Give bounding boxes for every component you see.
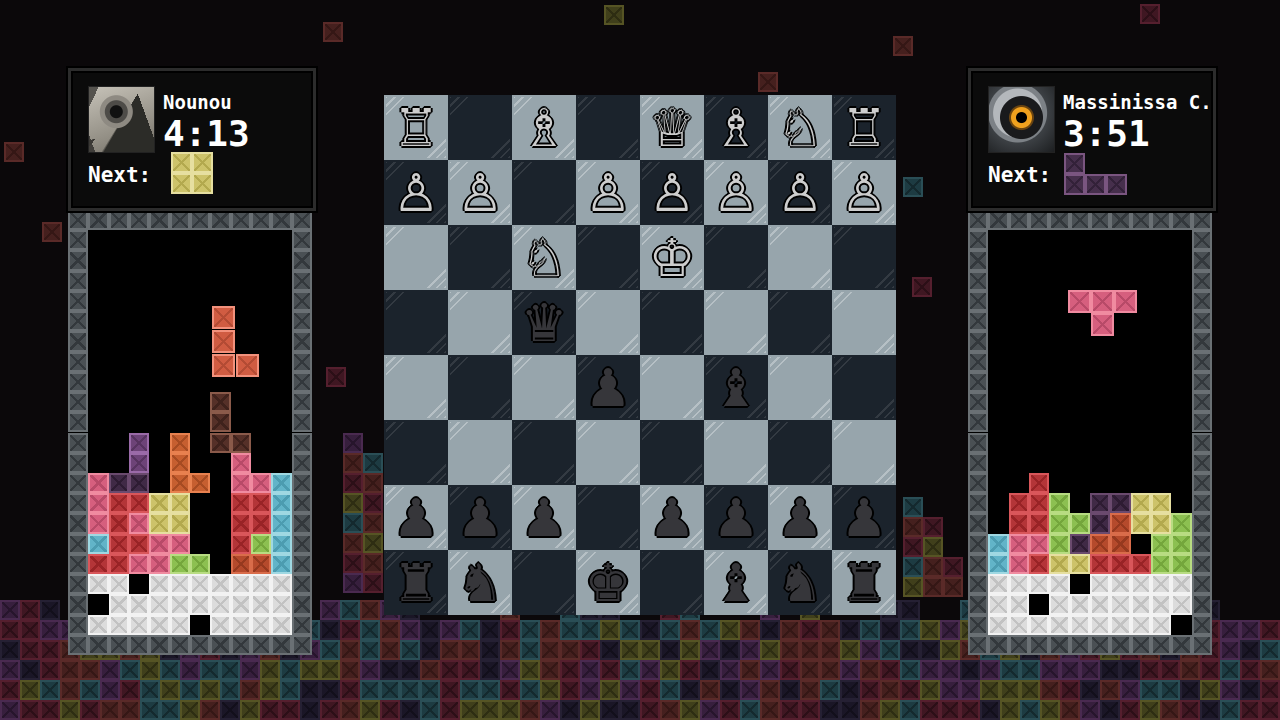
stack-block [170, 453, 190, 473]
well-frame-block [68, 230, 88, 250]
well-frame-block [1192, 635, 1212, 655]
mosaic-block [100, 660, 120, 680]
chess-square[interactable]: ♘ [768, 95, 832, 160]
chess-square[interactable]: ♟ [512, 485, 576, 550]
scatter-block [903, 577, 923, 597]
chess-piece-B[interactable]: ♗ [704, 95, 768, 160]
mosaic-block [1100, 660, 1120, 680]
chess-square[interactable]: ♟ [640, 485, 704, 550]
mosaic-block [840, 660, 860, 680]
player-name-right: Massinissa C... [1063, 91, 1208, 113]
chess-square[interactable]: ♕ [640, 95, 704, 160]
chess-square[interactable] [384, 420, 448, 485]
well-frame-block [292, 513, 312, 533]
mosaic-block [900, 640, 920, 660]
mosaic-block [880, 680, 900, 700]
stack-block [988, 534, 1008, 554]
well-frame-block [968, 635, 988, 655]
well-frame-block [1192, 210, 1212, 230]
garbage-block [251, 615, 271, 635]
mosaic-block [900, 600, 920, 620]
chess-square[interactable] [640, 355, 704, 420]
chess-square[interactable]: ♞ [448, 550, 512, 615]
chess-square[interactable]: ♗ [704, 95, 768, 160]
garbage-block [190, 594, 210, 614]
chess-piece-r[interactable]: ♜ [384, 550, 448, 615]
mosaic-block [500, 680, 520, 700]
chess-square[interactable] [448, 355, 512, 420]
mosaic-block [1140, 700, 1160, 720]
mosaic-block [680, 680, 700, 700]
well-frame-block [68, 594, 88, 614]
chess-piece-P[interactable]: ♙ [576, 160, 640, 225]
stack-block [1131, 493, 1151, 513]
mosaic-block [840, 680, 860, 700]
mosaic-block [580, 660, 600, 680]
chess-piece-p[interactable]: ♟ [512, 485, 576, 550]
garbage-block [109, 594, 129, 614]
garbage-block [271, 594, 291, 614]
chess-square[interactable]: ♙ [768, 160, 832, 225]
mosaic-block [40, 600, 60, 620]
mosaic-block [400, 620, 420, 640]
well-frame-block [1192, 513, 1212, 533]
mosaic-block [620, 660, 640, 680]
mosaic-block [1040, 700, 1060, 720]
chess-piece-N[interactable]: ♘ [512, 225, 576, 290]
well-frame-block [968, 554, 988, 574]
chess-square[interactable]: ♟ [704, 485, 768, 550]
garbage-block [88, 615, 108, 635]
scatter-block [363, 533, 383, 553]
chess-square[interactable] [384, 355, 448, 420]
well-frame-block [292, 372, 312, 392]
well-frame-block [1192, 230, 1212, 250]
garbage-block [1151, 574, 1171, 594]
well-frame-block [968, 271, 988, 291]
garbage-block [1131, 574, 1151, 594]
chess-square[interactable] [704, 225, 768, 290]
mosaic-block [600, 660, 620, 680]
well-frame-block [968, 352, 988, 372]
garbage-block [1171, 594, 1191, 614]
chess-square[interactable] [512, 420, 576, 485]
well-frame-block [109, 210, 129, 230]
chess-piece-R[interactable]: ♖ [832, 95, 896, 160]
stack-block [1171, 513, 1191, 533]
well-frame-block [292, 210, 312, 230]
chess-piece-b[interactable]: ♝ [704, 550, 768, 615]
stack-block [231, 534, 251, 554]
chess-piece-n[interactable]: ♞ [448, 550, 512, 615]
mosaic-block [540, 660, 560, 680]
well-frame-block [968, 392, 988, 412]
chess-square[interactable] [576, 485, 640, 550]
chess-piece-p[interactable]: ♟ [384, 485, 448, 550]
mosaic-block [300, 660, 320, 680]
well-frame-block [968, 513, 988, 533]
mosaic-block [1220, 700, 1240, 720]
mosaic-block [480, 640, 500, 660]
mosaic-block [560, 700, 580, 720]
chess-square[interactable] [640, 290, 704, 355]
mosaic-block [1220, 680, 1240, 700]
chess-square[interactable]: ♛ [512, 290, 576, 355]
stack-block [1070, 534, 1090, 554]
mosaic-block [1000, 680, 1020, 700]
chess-square[interactable] [384, 225, 448, 290]
well-frame-block [968, 372, 988, 392]
stack-block [1049, 513, 1069, 533]
well-frame-block [1090, 635, 1110, 655]
chess-square[interactable]: ♞ [768, 550, 832, 615]
mosaic-block [1220, 660, 1240, 680]
stack-block [1009, 513, 1029, 533]
mosaic-block [200, 680, 220, 700]
well-frame-block [1192, 311, 1212, 331]
stack-block [1029, 473, 1049, 493]
chess-square[interactable]: ♝ [704, 550, 768, 615]
scatter-block [363, 573, 383, 593]
chess-square[interactable] [640, 420, 704, 485]
chess-piece-b[interactable]: ♝ [704, 355, 768, 420]
chess-square[interactable] [704, 420, 768, 485]
chess-piece-P[interactable]: ♙ [832, 160, 896, 225]
well-frame-block [968, 594, 988, 614]
mosaic-block [1060, 680, 1080, 700]
mosaic-block [360, 620, 380, 640]
chess-square[interactable] [832, 420, 896, 485]
mosaic-block [200, 660, 220, 680]
chess-square[interactable] [768, 355, 832, 420]
scatter-block [903, 517, 923, 537]
stack-block [1029, 493, 1049, 513]
mosaic-block [1200, 680, 1220, 700]
well-frame-block [68, 554, 88, 574]
mosaic-block [1120, 700, 1140, 720]
mosaic-block [680, 700, 700, 720]
game-screen: ♖♗♕♗♘♖♙♙♙♙♙♙♙♘♔♛♟♝♟♟♟♟♟♟♟♜♞♚♝♞♜ Nounou 4… [0, 0, 1280, 720]
player-panel-right: Massinissa C... 3:51 Next: [968, 68, 1216, 211]
chess-piece-K[interactable]: ♔ [640, 225, 704, 290]
mosaic-block [380, 680, 400, 700]
well-frame-block [968, 615, 988, 635]
mosaic-block [1020, 680, 1040, 700]
chess-square[interactable] [576, 420, 640, 485]
chess-piece-p[interactable]: ♟ [768, 485, 832, 550]
mosaic-block [880, 640, 900, 660]
mosaic-block [0, 680, 20, 700]
mosaic-block [440, 640, 460, 660]
well-frame-block [292, 352, 312, 372]
garbage-block [1070, 594, 1090, 614]
well-frame-block [68, 534, 88, 554]
well-frame-block [968, 291, 988, 311]
chess-square[interactable]: ♟ [448, 485, 512, 550]
chess-square[interactable] [576, 225, 640, 290]
well-frame-block [968, 473, 988, 493]
chess-piece-p[interactable]: ♟ [448, 485, 512, 550]
mosaic-block [740, 700, 760, 720]
garbage-block [1090, 594, 1110, 614]
mosaic-block [40, 680, 60, 700]
chess-square[interactable]: ♙ [640, 160, 704, 225]
chess-square[interactable]: ♘ [512, 225, 576, 290]
chess-square[interactable]: ♙ [576, 160, 640, 225]
next-piece-block [1064, 153, 1085, 174]
stack-block [1110, 513, 1130, 533]
mosaic-block [220, 680, 240, 700]
chess-piece-q[interactable]: ♛ [512, 290, 576, 355]
mosaic-block [260, 700, 280, 720]
well-frame-block [1192, 493, 1212, 513]
stack-block [190, 554, 210, 574]
chess-piece-P[interactable]: ♙ [704, 160, 768, 225]
well-frame-block [251, 210, 271, 230]
mosaic-block [880, 620, 900, 640]
chess-piece-B[interactable]: ♗ [512, 95, 576, 160]
scatter-block [42, 222, 62, 242]
chess-square[interactable]: ♜ [832, 550, 896, 615]
mosaic-block [80, 700, 100, 720]
mosaic-block [240, 680, 260, 700]
mosaic-block [1240, 660, 1260, 680]
player-avatar-right [988, 86, 1055, 153]
stack-block [210, 412, 230, 432]
mosaic-block [320, 600, 340, 620]
mosaic-block [1240, 640, 1260, 660]
chess-square[interactable] [768, 420, 832, 485]
chess-square[interactable]: ♟ [576, 355, 640, 420]
chess-square[interactable] [576, 95, 640, 160]
chess-piece-P[interactable]: ♙ [640, 160, 704, 225]
stack-block [149, 493, 169, 513]
mosaic-block [800, 660, 820, 680]
well-frame-block [968, 574, 988, 594]
mosaic-block [940, 640, 960, 660]
mosaic-block [340, 680, 360, 700]
stack-block [231, 453, 251, 473]
mosaic-block [320, 680, 340, 700]
well-frame-block [292, 331, 312, 351]
chess-square[interactable]: ♙ [832, 160, 896, 225]
falling-T-block [1091, 313, 1114, 336]
stack-block [190, 473, 210, 493]
well-frame-block [68, 311, 88, 331]
chess-piece-n[interactable]: ♞ [768, 550, 832, 615]
mosaic-block [340, 700, 360, 720]
well-frame-block [1151, 635, 1171, 655]
chess-square[interactable] [512, 550, 576, 615]
chess-square[interactable] [448, 225, 512, 290]
well-frame-block [68, 331, 88, 351]
stack-block [129, 513, 149, 533]
scatter-block [903, 177, 923, 197]
mosaic-block [700, 660, 720, 680]
mosaic-block [500, 660, 520, 680]
chess-square[interactable]: ♙ [384, 160, 448, 225]
chess-piece-p[interactable]: ♟ [832, 485, 896, 550]
stack-block [271, 554, 291, 574]
chess-square[interactable]: ♚ [576, 550, 640, 615]
chess-piece-p[interactable]: ♟ [576, 355, 640, 420]
chess-piece-p[interactable]: ♟ [704, 485, 768, 550]
chess-square[interactable] [768, 225, 832, 290]
mosaic-block [720, 620, 740, 640]
stack-block [251, 513, 271, 533]
well-frame-block [68, 412, 88, 432]
mosaic-block [340, 600, 360, 620]
chess-square[interactable] [704, 290, 768, 355]
garbage-block [129, 615, 149, 635]
well-frame-block [292, 311, 312, 331]
chess-square[interactable]: ♖ [832, 95, 896, 160]
chess-piece-R[interactable]: ♖ [384, 95, 448, 160]
chess-square[interactable] [832, 355, 896, 420]
mosaic-block [280, 680, 300, 700]
mosaic-block [1080, 660, 1100, 680]
mosaic-block [1260, 700, 1280, 720]
scatter-block [363, 513, 383, 533]
chess-square[interactable]: ♟ [768, 485, 832, 550]
mosaic-block [660, 640, 680, 660]
well-frame-block [190, 210, 210, 230]
chess-square[interactable] [640, 550, 704, 615]
garbage-block [190, 574, 210, 594]
chess-square[interactable] [448, 420, 512, 485]
mosaic-block [820, 680, 840, 700]
chess-square[interactable]: ♙ [448, 160, 512, 225]
mosaic-block [700, 620, 720, 640]
chess-square[interactable]: ♖ [384, 95, 448, 160]
well-frame-block [968, 331, 988, 351]
mosaic-block [820, 620, 840, 640]
mosaic-block [980, 660, 1000, 680]
mosaic-block [760, 640, 780, 660]
chess-square[interactable] [384, 290, 448, 355]
chess-piece-k[interactable]: ♚ [576, 550, 640, 615]
garbage-block [1151, 594, 1171, 614]
stack-block [88, 554, 108, 574]
stack-block [988, 554, 1008, 574]
stack-block [170, 493, 190, 513]
chess-square[interactable]: ♙ [704, 160, 768, 225]
mosaic-block [240, 660, 260, 680]
mosaic-block [900, 700, 920, 720]
chess-square[interactable] [512, 355, 576, 420]
mosaic-block [20, 700, 40, 720]
stack-block [129, 433, 149, 453]
chess-piece-P[interactable]: ♙ [448, 160, 512, 225]
chess-piece-P[interactable]: ♙ [768, 160, 832, 225]
well-frame-block [210, 210, 230, 230]
mosaic-block [180, 700, 200, 720]
next-piece-block [192, 173, 213, 194]
mosaic-block [200, 700, 220, 720]
well-frame-block [1171, 635, 1191, 655]
chess-square[interactable]: ♗ [512, 95, 576, 160]
mosaic-block [60, 680, 80, 700]
chess-piece-p[interactable]: ♟ [640, 485, 704, 550]
mosaic-block [1160, 700, 1180, 720]
chess-square[interactable] [576, 290, 640, 355]
chess-square[interactable] [832, 225, 896, 290]
scatter-block [343, 493, 363, 513]
chess-square[interactable]: ♜ [384, 550, 448, 615]
garbage-block [1009, 574, 1029, 594]
well-frame-block [68, 635, 88, 655]
stack-block [1009, 493, 1029, 513]
mosaic-block [680, 620, 700, 640]
scatter-block [943, 557, 963, 577]
falling-J-block [212, 306, 235, 329]
scatter-block [923, 577, 943, 597]
chess-piece-P[interactable]: ♙ [384, 160, 448, 225]
chess-square[interactable] [448, 95, 512, 160]
mosaic-block [160, 660, 180, 680]
mosaic-block [460, 620, 480, 640]
mosaic-block [320, 700, 340, 720]
chess-square[interactable] [512, 160, 576, 225]
mosaic-block [400, 680, 420, 700]
well-frame-block [292, 635, 312, 655]
chess-square[interactable]: ♟ [384, 485, 448, 550]
tetris-well-left [68, 210, 312, 655]
garbage-block [210, 574, 230, 594]
chess-square[interactable] [832, 290, 896, 355]
mosaic-block [380, 700, 400, 720]
chess-square[interactable] [768, 290, 832, 355]
stack-block [251, 534, 271, 554]
mosaic-block [300, 700, 320, 720]
chess-square[interactable] [448, 290, 512, 355]
mosaic-block [1240, 620, 1260, 640]
mosaic-block [1060, 700, 1080, 720]
mosaic-block [640, 700, 660, 720]
garbage-block [231, 615, 251, 635]
garbage-block [109, 615, 129, 635]
mosaic-block [1240, 680, 1260, 700]
mosaic-block [20, 620, 40, 640]
mosaic-block [640, 640, 660, 660]
mosaic-block [960, 700, 980, 720]
stack-block [1029, 554, 1049, 574]
mosaic-block [480, 620, 500, 640]
stack-block [109, 473, 129, 493]
garbage-block [1171, 574, 1191, 594]
chess-piece-N[interactable]: ♘ [768, 95, 832, 160]
chess-square[interactable]: ♝ [704, 355, 768, 420]
chess-square[interactable]: ♔ [640, 225, 704, 290]
chess-piece-r[interactable]: ♜ [832, 550, 896, 615]
scatter-block [923, 557, 943, 577]
scatter-block [343, 553, 363, 573]
mosaic-block [640, 660, 660, 680]
stack-block [1131, 554, 1151, 574]
chess-piece-Q[interactable]: ♕ [640, 95, 704, 160]
mosaic-block [80, 680, 100, 700]
chess-square[interactable]: ♟ [832, 485, 896, 550]
mosaic-block [260, 680, 280, 700]
mosaic-block [420, 660, 440, 680]
garbage-block [1110, 574, 1130, 594]
well-frame-block [68, 453, 88, 473]
stack-block [1090, 493, 1110, 513]
mosaic-block [240, 700, 260, 720]
garbage-block [1131, 615, 1151, 635]
stack-block [251, 554, 271, 574]
mosaic-block [340, 660, 360, 680]
